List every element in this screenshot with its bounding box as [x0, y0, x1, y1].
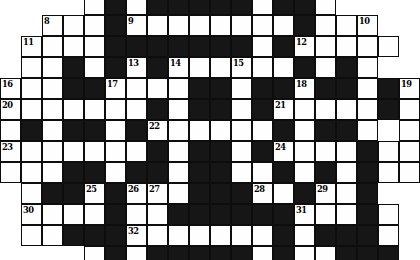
black-cell-r12c11	[231, 246, 252, 260]
black-cell-r12c8	[168, 246, 189, 260]
clue-number: 21	[275, 100, 286, 111]
white-cell-r5c2[interactable]	[42, 99, 63, 120]
white-cell-r1c11[interactable]	[231, 15, 252, 36]
white-cell-r3c1[interactable]	[21, 57, 42, 78]
black-cell-r12c10	[210, 246, 231, 260]
white-cell-r3c17[interactable]	[357, 57, 378, 78]
white-cell-r6c19[interactable]	[399, 120, 420, 141]
black-cell-r7c10	[210, 141, 231, 162]
no-cell-r10c19	[399, 204, 420, 225]
white-cell-r4c1[interactable]	[21, 78, 42, 99]
white-cell-r0c4[interactable]	[84, 0, 105, 15]
black-cell-r10c10	[210, 204, 231, 225]
clue-number: 20	[2, 100, 13, 111]
clue-number: 8	[44, 16, 49, 27]
white-cell-r8c8[interactable]	[168, 162, 189, 183]
black-cell-r12c7	[147, 246, 168, 260]
white-cell-r3c9[interactable]	[189, 57, 210, 78]
white-cell-r7c3[interactable]	[63, 141, 84, 162]
black-cell-r8c6	[126, 162, 147, 183]
white-cell-r10c6[interactable]	[126, 204, 147, 225]
white-cell-r1c7[interactable]	[147, 15, 168, 36]
clue-number: 18	[296, 79, 307, 90]
white-cell-r7c15[interactable]	[315, 141, 336, 162]
white-cell-r11c6[interactable]: 32	[126, 225, 147, 246]
black-cell-r11c13	[273, 225, 294, 246]
black-cell-r10c17	[357, 204, 378, 225]
white-cell-r1c9[interactable]	[189, 15, 210, 36]
white-cell-r6c14[interactable]	[294, 120, 315, 141]
black-cell-r0c7	[147, 0, 168, 15]
white-cell-r5c14[interactable]	[294, 99, 315, 120]
black-cell-r5c12	[252, 99, 273, 120]
white-cell-r11c2[interactable]	[42, 225, 63, 246]
white-cell-r2c18[interactable]	[378, 36, 399, 57]
white-cell-r1c4[interactable]	[84, 15, 105, 36]
white-cell-r5c4[interactable]	[84, 99, 105, 120]
white-cell-r0c6[interactable]	[126, 0, 147, 15]
no-cell-r0c0	[0, 0, 21, 15]
white-cell-r11c7[interactable]	[147, 225, 168, 246]
no-cell-r1c19	[399, 15, 420, 36]
white-cell-r1c8[interactable]	[168, 15, 189, 36]
white-cell-r2c12[interactable]	[252, 36, 273, 57]
black-cell-r5c18	[378, 99, 399, 120]
black-cell-r6c13	[273, 120, 294, 141]
white-cell-r2c17[interactable]	[357, 36, 378, 57]
white-cell-r4c5[interactable]: 17	[105, 78, 126, 99]
black-cell-r12c16	[336, 246, 357, 260]
white-cell-r8c5[interactable]	[105, 162, 126, 183]
white-cell-r7c19[interactable]	[399, 141, 420, 162]
black-cell-r3c7	[147, 57, 168, 78]
white-cell-r6c11[interactable]	[231, 120, 252, 141]
black-cell-r10c9	[189, 204, 210, 225]
black-cell-r10c11	[231, 204, 252, 225]
white-cell-r1c16[interactable]	[336, 15, 357, 36]
white-cell-r10c2[interactable]	[42, 204, 63, 225]
black-cell-r2c11	[231, 36, 252, 57]
black-cell-r2c5	[105, 36, 126, 57]
black-cell-r5c7	[147, 99, 168, 120]
white-cell-r11c12[interactable]	[252, 225, 273, 246]
white-cell-r10c15[interactable]	[315, 204, 336, 225]
white-cell-r3c6[interactable]: 13	[126, 57, 147, 78]
white-cell-r1c10[interactable]	[210, 15, 231, 36]
no-cell-r11c0	[0, 225, 21, 246]
black-cell-r11c5	[105, 225, 126, 246]
no-cell-r12c0	[0, 246, 21, 260]
black-cell-r10c13	[273, 204, 294, 225]
clue-number: 30	[23, 205, 34, 216]
no-cell-r2c0	[0, 36, 21, 57]
white-cell-r8c11[interactable]	[231, 162, 252, 183]
black-cell-r11c15	[315, 225, 336, 246]
white-cell-r1c12[interactable]	[252, 15, 273, 36]
black-cell-r6c1	[21, 120, 42, 141]
white-cell-r9c12[interactable]: 28	[252, 183, 273, 204]
no-cell-r12c3	[63, 246, 84, 260]
white-cell-r3c8[interactable]: 14	[168, 57, 189, 78]
clue-number: 12	[296, 37, 307, 48]
white-cell-r8c19[interactable]	[399, 162, 420, 183]
white-cell-r3c15[interactable]	[315, 57, 336, 78]
white-cell-r5c5[interactable]	[105, 99, 126, 120]
white-cell-r7c13[interactable]: 24	[273, 141, 294, 162]
no-cell-r1c18	[378, 15, 399, 36]
black-cell-r9c3	[63, 183, 84, 204]
clue-number: 11	[23, 37, 34, 48]
no-cell-r0c18	[378, 0, 399, 15]
black-cell-r6c15	[315, 120, 336, 141]
white-cell-r4c0[interactable]: 16	[0, 78, 21, 99]
black-cell-r5c10	[210, 99, 231, 120]
white-cell-r11c10[interactable]	[210, 225, 231, 246]
white-cell-r1c17[interactable]: 10	[357, 15, 378, 36]
white-cell-r6c9[interactable]	[189, 120, 210, 141]
white-cell-r8c2[interactable]	[42, 162, 63, 183]
white-cell-r6c7[interactable]: 22	[147, 120, 168, 141]
no-cell-r0c3	[63, 0, 84, 15]
black-cell-r7c17	[357, 141, 378, 162]
white-cell-r8c14[interactable]	[294, 162, 315, 183]
white-cell-r2c3[interactable]	[63, 36, 84, 57]
black-cell-r10c8	[168, 204, 189, 225]
white-cell-r11c18[interactable]	[378, 225, 399, 246]
black-cell-r2c10	[210, 36, 231, 57]
white-cell-r5c15[interactable]	[315, 99, 336, 120]
white-cell-r9c8[interactable]	[168, 183, 189, 204]
clue-number: 19	[401, 79, 412, 90]
black-cell-r8c4	[84, 162, 105, 183]
black-cell-r12c5	[105, 246, 126, 260]
crossword-grid: 8910111213141516171819202122232425262728…	[0, 0, 420, 260]
white-cell-r10c3[interactable]	[63, 204, 84, 225]
white-cell-r3c4[interactable]	[84, 57, 105, 78]
white-cell-r9c6[interactable]: 26	[126, 183, 147, 204]
white-cell-r11c8[interactable]	[168, 225, 189, 246]
black-cell-r7c9	[189, 141, 210, 162]
clue-number: 29	[317, 184, 328, 195]
white-cell-r11c1[interactable]	[21, 225, 42, 246]
no-cell-r12c1	[21, 246, 42, 260]
black-cell-r2c7	[147, 36, 168, 57]
black-cell-r11c3	[63, 225, 84, 246]
white-cell-r1c6[interactable]: 9	[126, 15, 147, 36]
white-cell-r1c3[interactable]	[63, 15, 84, 36]
no-cell-r3c0	[0, 57, 21, 78]
white-cell-r10c14[interactable]: 31	[294, 204, 315, 225]
white-cell-r1c2[interactable]: 8	[42, 15, 63, 36]
white-cell-r5c19[interactable]	[399, 99, 420, 120]
black-cell-r4c3	[63, 78, 84, 99]
black-cell-r12c13	[273, 246, 294, 260]
white-cell-r5c17[interactable]	[357, 99, 378, 120]
white-cell-r4c7[interactable]	[147, 78, 168, 99]
white-cell-r8c12[interactable]	[252, 162, 273, 183]
no-cell-r1c1	[21, 15, 42, 36]
black-cell-r6c6	[126, 120, 147, 141]
white-cell-r4c17[interactable]	[357, 78, 378, 99]
clue-number: 10	[359, 16, 370, 27]
black-cell-r0c13	[273, 0, 294, 15]
white-cell-r12c14[interactable]	[294, 246, 315, 260]
white-cell-r5c16[interactable]	[336, 99, 357, 120]
white-cell-r7c0[interactable]: 23	[0, 141, 21, 162]
white-cell-r5c3[interactable]	[63, 99, 84, 120]
black-cell-r8c9	[189, 162, 210, 183]
white-cell-r10c4[interactable]	[84, 204, 105, 225]
white-cell-r5c1[interactable]	[21, 99, 42, 120]
white-cell-r2c14[interactable]: 12	[294, 36, 315, 57]
black-cell-r8c3	[63, 162, 84, 183]
white-cell-r6c10[interactable]	[210, 120, 231, 141]
no-cell-r2c19	[399, 36, 420, 57]
no-cell-r1c0	[0, 15, 21, 36]
no-cell-r10c0	[0, 204, 21, 225]
black-cell-r9c17	[357, 183, 378, 204]
black-cell-r6c16	[336, 120, 357, 141]
no-cell-r9c0	[0, 183, 21, 204]
no-cell-r0c2	[42, 0, 63, 15]
black-cell-r4c12	[252, 78, 273, 99]
no-cell-r11c19	[399, 225, 420, 246]
clue-number: 26	[128, 184, 139, 195]
white-cell-r11c14[interactable]	[294, 225, 315, 246]
clue-number: 9	[128, 16, 133, 27]
white-cell-r6c12[interactable]	[252, 120, 273, 141]
clue-number: 27	[149, 184, 160, 195]
black-cell-r0c10	[210, 0, 231, 15]
white-cell-r5c11[interactable]	[231, 99, 252, 120]
white-cell-r7c6[interactable]	[126, 141, 147, 162]
black-cell-r4c15	[315, 78, 336, 99]
white-cell-r7c5[interactable]	[105, 141, 126, 162]
clue-number: 15	[233, 58, 244, 69]
black-cell-r12c17	[357, 246, 378, 260]
white-cell-r4c6[interactable]	[126, 78, 147, 99]
white-cell-r10c16[interactable]	[336, 204, 357, 225]
no-cell-r9c18	[378, 183, 399, 204]
white-cell-r10c7[interactable]	[147, 204, 168, 225]
white-cell-r8c16[interactable]	[336, 162, 357, 183]
white-cell-r6c5[interactable]	[105, 120, 126, 141]
black-cell-r9c5	[105, 183, 126, 204]
clue-number: 16	[2, 79, 13, 90]
black-cell-r1c5	[105, 15, 126, 36]
black-cell-r1c14	[294, 15, 315, 36]
white-cell-r2c1[interactable]: 11	[21, 36, 42, 57]
black-cell-r2c8	[168, 36, 189, 57]
clue-number: 13	[128, 58, 139, 69]
white-cell-r0c15[interactable]	[315, 0, 336, 15]
black-cell-r0c9	[189, 0, 210, 15]
black-cell-r4c4	[84, 78, 105, 99]
black-cell-r2c6	[126, 36, 147, 57]
white-cell-r8c18[interactable]	[378, 162, 399, 183]
no-cell-r0c1	[21, 0, 42, 15]
black-cell-r10c5	[105, 204, 126, 225]
black-cell-r11c16	[336, 225, 357, 246]
clue-number: 17	[107, 79, 118, 90]
white-cell-r7c11[interactable]	[231, 141, 252, 162]
no-cell-r9c19	[399, 183, 420, 204]
black-cell-r6c4	[84, 120, 105, 141]
white-cell-r7c18[interactable]	[378, 141, 399, 162]
black-cell-r5c9	[189, 99, 210, 120]
black-cell-r0c14	[294, 0, 315, 15]
black-cell-r12c9	[189, 246, 210, 260]
no-cell-r3c19	[399, 57, 420, 78]
black-cell-r9c11	[231, 183, 252, 204]
crossword-puzzle: 8910111213141516171819202122232425262728…	[0, 0, 420, 260]
white-cell-r7c4[interactable]	[84, 141, 105, 162]
white-cell-r5c0[interactable]: 20	[0, 99, 21, 120]
white-cell-r6c17[interactable]	[357, 120, 378, 141]
white-cell-r4c14[interactable]: 18	[294, 78, 315, 99]
white-cell-r9c15[interactable]: 29	[315, 183, 336, 204]
black-cell-r3c3	[63, 57, 84, 78]
black-cell-r11c4	[84, 225, 105, 246]
white-cell-r2c15[interactable]	[315, 36, 336, 57]
black-cell-r7c7	[147, 141, 168, 162]
white-cell-r7c14[interactable]	[294, 141, 315, 162]
no-cell-r0c19	[399, 0, 420, 15]
white-cell-r1c15[interactable]	[315, 15, 336, 36]
white-cell-r10c1[interactable]: 30	[21, 204, 42, 225]
black-cell-r4c10	[210, 78, 231, 99]
no-cell-r0c16	[336, 0, 357, 15]
black-cell-r4c18	[378, 78, 399, 99]
black-cell-r9c10	[210, 183, 231, 204]
black-cell-r3c14	[294, 57, 315, 78]
white-cell-r5c6[interactable]	[126, 99, 147, 120]
no-cell-r6c18	[378, 120, 399, 141]
black-cell-r12c18	[378, 246, 399, 260]
black-cell-r9c14	[294, 183, 315, 204]
white-cell-r12c4[interactable]	[84, 246, 105, 260]
black-cell-r3c16	[336, 57, 357, 78]
black-cell-r6c3	[63, 120, 84, 141]
white-cell-r3c13[interactable]	[273, 57, 294, 78]
white-cell-r2c4[interactable]	[84, 36, 105, 57]
white-cell-r5c8[interactable]	[168, 99, 189, 120]
no-cell-r3c18	[378, 57, 399, 78]
clue-number: 24	[275, 142, 286, 153]
clue-number: 22	[149, 121, 160, 132]
black-cell-r9c9	[189, 183, 210, 204]
black-cell-r2c13	[273, 36, 294, 57]
black-cell-r9c2	[42, 183, 63, 204]
white-cell-r9c7[interactable]: 27	[147, 183, 168, 204]
white-cell-r9c16[interactable]	[336, 183, 357, 204]
white-cell-r0c12[interactable]	[252, 0, 273, 15]
black-cell-r3c5	[105, 57, 126, 78]
black-cell-r10c12	[252, 204, 273, 225]
white-cell-r8c0[interactable]	[0, 162, 21, 183]
white-cell-r2c2[interactable]	[42, 36, 63, 57]
white-cell-r11c9[interactable]	[189, 225, 210, 246]
clue-number: 31	[296, 205, 307, 216]
black-cell-r8c13	[273, 162, 294, 183]
white-cell-r12c6[interactable]	[126, 246, 147, 260]
white-cell-r3c11[interactable]: 15	[231, 57, 252, 78]
white-cell-r6c0[interactable]	[0, 120, 21, 141]
white-cell-r7c2[interactable]	[42, 141, 63, 162]
white-cell-r6c8[interactable]	[168, 120, 189, 141]
black-cell-r4c13	[273, 78, 294, 99]
white-cell-r10c18[interactable]	[378, 204, 399, 225]
white-cell-r4c11[interactable]	[231, 78, 252, 99]
black-cell-r8c15	[315, 162, 336, 183]
white-cell-r4c19[interactable]: 19	[399, 78, 420, 99]
black-cell-r8c7	[147, 162, 168, 183]
white-cell-r4c2[interactable]	[42, 78, 63, 99]
white-cell-r3c12[interactable]	[252, 57, 273, 78]
black-cell-r2c9	[189, 36, 210, 57]
black-cell-r0c8	[168, 0, 189, 15]
white-cell-r12c15[interactable]	[315, 246, 336, 260]
white-cell-r9c4[interactable]: 25	[84, 183, 105, 204]
no-cell-r12c2	[42, 246, 63, 260]
white-cell-r8c1[interactable]	[21, 162, 42, 183]
black-cell-r8c17	[357, 162, 378, 183]
white-cell-r1c13[interactable]	[273, 15, 294, 36]
white-cell-r2c16[interactable]	[336, 36, 357, 57]
white-cell-r4c8[interactable]	[168, 78, 189, 99]
no-cell-r0c17	[357, 0, 378, 15]
black-cell-r4c16	[336, 78, 357, 99]
black-cell-r7c12	[252, 141, 273, 162]
black-cell-r0c5	[105, 0, 126, 15]
white-cell-r9c1[interactable]	[21, 183, 42, 204]
clue-number: 28	[254, 184, 265, 195]
white-cell-r7c16[interactable]	[336, 141, 357, 162]
no-cell-r12c19	[399, 246, 420, 260]
white-cell-r11c11[interactable]	[231, 225, 252, 246]
white-cell-r7c8[interactable]	[168, 141, 189, 162]
white-cell-r7c1[interactable]	[21, 141, 42, 162]
white-cell-r6c2[interactable]	[42, 120, 63, 141]
white-cell-r9c13[interactable]	[273, 183, 294, 204]
clue-number: 23	[2, 142, 13, 153]
black-cell-r8c10	[210, 162, 231, 183]
clue-number: 25	[86, 184, 97, 195]
white-cell-r5c13[interactable]: 21	[273, 99, 294, 120]
black-cell-r4c9	[189, 78, 210, 99]
clue-number: 14	[170, 58, 181, 69]
white-cell-r12c12[interactable]	[252, 246, 273, 260]
black-cell-r11c17	[357, 225, 378, 246]
white-cell-r3c10[interactable]	[210, 57, 231, 78]
white-cell-r3c2[interactable]	[42, 57, 63, 78]
clue-number: 32	[128, 226, 139, 237]
black-cell-r0c11	[231, 0, 252, 15]
